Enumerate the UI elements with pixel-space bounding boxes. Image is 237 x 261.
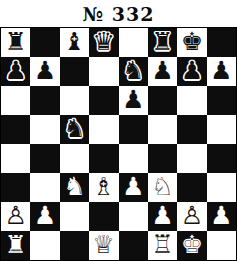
black-rook: ♜ bbox=[151, 29, 173, 54]
white-king: ♚ bbox=[181, 232, 203, 257]
square-e8 bbox=[119, 28, 148, 57]
square-b1 bbox=[30, 231, 59, 260]
square-f7: ♟ bbox=[148, 57, 177, 86]
square-b8 bbox=[30, 28, 59, 57]
square-f4 bbox=[148, 144, 177, 173]
square-c7 bbox=[60, 57, 89, 86]
white-knight: ♞ bbox=[63, 174, 85, 199]
square-b5 bbox=[30, 115, 59, 144]
square-g7: ♟ bbox=[177, 57, 206, 86]
square-h6 bbox=[207, 86, 236, 115]
square-c3: ♞ bbox=[60, 173, 89, 202]
square-g6 bbox=[177, 86, 206, 115]
square-h8 bbox=[207, 28, 236, 57]
square-h2: ♟ bbox=[207, 202, 236, 231]
black-king: ♚ bbox=[181, 29, 203, 54]
square-a3 bbox=[1, 173, 30, 202]
black-rook: ♜ bbox=[4, 29, 26, 54]
square-a2: ♙ bbox=[1, 202, 30, 231]
square-b3 bbox=[30, 173, 59, 202]
square-c6 bbox=[60, 86, 89, 115]
white-pawn: ♙ bbox=[181, 203, 203, 228]
square-e4 bbox=[119, 144, 148, 173]
square-e6: ♟ bbox=[119, 86, 148, 115]
square-d1: ♕ bbox=[89, 231, 118, 260]
square-g4 bbox=[177, 144, 206, 173]
square-f2: ♟ bbox=[148, 202, 177, 231]
white-knight: ♘ bbox=[151, 174, 173, 199]
square-h3 bbox=[207, 173, 236, 202]
black-pawn: ♟ bbox=[4, 58, 26, 83]
white-pawn: ♟ bbox=[34, 203, 56, 228]
white-rook: ♖ bbox=[151, 232, 173, 257]
square-a7: ♟ bbox=[1, 57, 30, 86]
square-b6 bbox=[30, 86, 59, 115]
square-g2: ♙ bbox=[177, 202, 206, 231]
square-h7: ♟ bbox=[207, 57, 236, 86]
square-c2 bbox=[60, 202, 89, 231]
white-queen: ♕ bbox=[93, 232, 115, 257]
square-d7 bbox=[89, 57, 118, 86]
square-e5 bbox=[119, 115, 148, 144]
square-d8: ♛ bbox=[89, 28, 118, 57]
square-b7: ♟ bbox=[30, 57, 59, 86]
square-e2 bbox=[119, 202, 148, 231]
white-bishop: ♗ bbox=[93, 174, 115, 199]
square-f5 bbox=[148, 115, 177, 144]
square-d4 bbox=[89, 144, 118, 173]
white-pawn: ♟ bbox=[210, 203, 232, 228]
black-bishop: ♝ bbox=[63, 29, 85, 54]
square-g3 bbox=[177, 173, 206, 202]
page-title: № 332 bbox=[0, 0, 237, 27]
square-e1 bbox=[119, 231, 148, 260]
black-knight: ♞ bbox=[122, 58, 144, 83]
black-pawn: ♟ bbox=[122, 87, 144, 112]
white-pawn: ♟ bbox=[122, 174, 144, 199]
square-b4 bbox=[30, 144, 59, 173]
square-a4 bbox=[1, 144, 30, 173]
square-a5 bbox=[1, 115, 30, 144]
black-pawn: ♟ bbox=[151, 58, 173, 83]
square-h4 bbox=[207, 144, 236, 173]
white-rook: ♜ bbox=[4, 232, 26, 257]
square-a1: ♜ bbox=[1, 231, 30, 260]
black-knight: ♞ bbox=[63, 116, 85, 141]
square-d3: ♗ bbox=[89, 173, 118, 202]
square-a8: ♜ bbox=[1, 28, 30, 57]
square-b2: ♟ bbox=[30, 202, 59, 231]
square-h1 bbox=[207, 231, 236, 260]
chess-board: ♜♝♛♜♚♟♟♞♟♟♟♟♞♞♗♟♘♙♟♟♙♟♜♕♖♚ bbox=[0, 27, 237, 261]
square-f8: ♜ bbox=[148, 28, 177, 57]
square-c5: ♞ bbox=[60, 115, 89, 144]
square-c1 bbox=[60, 231, 89, 260]
white-pawn: ♙ bbox=[4, 203, 26, 228]
white-pawn: ♟ bbox=[151, 203, 173, 228]
square-c4 bbox=[60, 144, 89, 173]
black-pawn: ♟ bbox=[210, 58, 232, 83]
square-f6 bbox=[148, 86, 177, 115]
square-d6 bbox=[89, 86, 118, 115]
black-queen: ♛ bbox=[93, 29, 115, 54]
square-g5 bbox=[177, 115, 206, 144]
square-d5 bbox=[89, 115, 118, 144]
square-e7: ♞ bbox=[119, 57, 148, 86]
square-d2 bbox=[89, 202, 118, 231]
square-f3: ♘ bbox=[148, 173, 177, 202]
square-f1: ♖ bbox=[148, 231, 177, 260]
square-c8: ♝ bbox=[60, 28, 89, 57]
square-g1: ♚ bbox=[177, 231, 206, 260]
square-h5 bbox=[207, 115, 236, 144]
black-pawn: ♟ bbox=[34, 58, 56, 83]
square-a6 bbox=[1, 86, 30, 115]
square-e3: ♟ bbox=[119, 173, 148, 202]
square-g8: ♚ bbox=[177, 28, 206, 57]
black-pawn: ♟ bbox=[181, 58, 203, 83]
